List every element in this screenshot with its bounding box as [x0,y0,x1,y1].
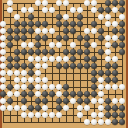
white-stone [42,77,49,84]
white-stone [7,0,14,6]
black-stone [7,35,14,42]
black-stone [42,49,49,56]
white-stone [70,42,77,49]
black-stone [49,49,56,56]
white-stone [42,84,49,91]
black-stone [105,63,112,70]
black-stone [21,98,28,105]
black-stone [77,35,84,42]
white-stone [35,84,42,91]
black-stone [112,0,119,6]
white-stone [28,56,35,63]
black-stone [42,35,49,42]
board-right-edge [126,0,128,128]
black-stone [63,84,70,91]
black-stone [91,21,98,28]
black-stone [7,28,14,35]
black-stone [105,112,112,119]
white-stone [56,91,63,98]
black-stone [98,49,105,56]
white-stone [28,112,35,119]
black-stone [28,105,35,112]
white-stone [56,112,63,119]
white-stone [21,70,28,77]
white-stone [28,77,35,84]
black-stone [35,42,42,49]
black-stone [70,56,77,63]
white-stone [91,7,98,14]
white-stone [0,77,6,84]
white-stone [35,63,42,70]
white-stone [49,7,56,14]
black-stone [112,70,119,77]
black-stone [14,35,21,42]
white-stone [0,49,6,56]
black-stone [84,49,91,56]
black-stone [56,35,63,42]
black-stone [91,91,98,98]
black-stone [91,70,98,77]
black-stone [14,56,21,63]
white-stone [105,49,112,56]
white-stone [112,56,119,63]
black-stone [14,28,21,35]
black-stone [70,91,77,98]
black-stone [119,7,126,14]
black-stone [105,7,112,14]
black-stone [70,21,77,28]
black-stone [42,98,49,105]
white-stone [21,77,28,84]
white-stone [14,70,21,77]
white-stone [77,105,84,112]
black-stone [77,63,84,70]
white-stone [21,7,28,14]
white-stone [0,63,6,70]
black-stone [21,35,28,42]
black-stone [14,21,21,28]
black-stone [21,91,28,98]
white-stone [98,14,105,21]
black-stone [119,112,126,119]
white-stone [105,21,112,28]
black-stone [105,105,112,112]
white-stone [84,119,91,126]
white-stone [91,0,98,6]
white-stone [0,28,6,35]
white-stone [98,77,105,84]
white-stone [70,7,77,14]
white-stone [105,84,112,91]
black-stone [112,77,119,84]
white-stone [21,42,28,49]
white-stone [0,42,6,49]
white-stone [63,105,70,112]
black-stone [7,98,14,105]
black-stone [42,21,49,28]
white-stone [98,105,105,112]
white-stone [7,91,14,98]
white-stone [119,14,126,21]
black-stone [112,42,119,49]
white-stone [21,84,28,91]
black-stone [28,63,35,70]
white-stone [35,112,42,119]
black-stone [7,42,14,49]
black-stone [77,49,84,56]
black-stone [70,49,77,56]
white-stone [0,70,6,77]
black-stone [42,91,49,98]
white-stone [14,84,21,91]
black-stone [14,63,21,70]
white-stone [42,56,49,63]
white-stone [42,112,49,119]
white-stone [105,42,112,49]
black-stone [7,56,14,63]
black-stone [28,91,35,98]
white-stone [49,84,56,91]
black-stone [84,42,91,49]
black-stone [98,70,105,77]
white-stone [28,7,35,14]
white-stone [105,14,112,21]
white-stone [105,119,112,126]
black-stone [98,35,105,42]
black-stone [28,21,35,28]
white-stone [49,56,56,63]
black-stone [63,63,70,70]
black-stone [21,28,28,35]
black-stone [119,21,126,28]
white-stone [112,84,119,91]
white-stone [91,98,98,105]
black-stone [35,21,42,28]
black-stone [63,98,70,105]
white-stone [42,105,49,112]
black-stone [84,63,91,70]
black-stone [91,56,98,63]
black-stone [119,35,126,42]
black-stone [35,98,42,105]
black-stone [35,35,42,42]
black-stone [63,91,70,98]
black-stone [105,70,112,77]
black-stone [84,98,91,105]
white-stone [0,35,6,42]
white-stone [63,56,70,63]
white-stone [35,56,42,63]
black-stone [119,105,126,112]
black-stone [28,70,35,77]
white-stone [0,84,6,91]
black-stone [119,49,126,56]
white-stone [35,77,42,84]
black-stone [119,28,126,35]
white-stone [56,84,63,91]
black-stone [7,84,14,91]
black-stone [56,98,63,105]
white-stone [49,42,56,49]
black-stone [70,63,77,70]
white-stone [35,0,42,6]
white-stone [49,112,56,119]
black-stone [119,42,126,49]
white-stone [49,28,56,35]
white-stone [70,98,77,105]
white-stone [28,42,35,49]
black-stone [35,49,42,56]
white-stone [0,56,6,63]
white-stone [56,0,63,6]
white-stone [42,7,49,14]
black-stone [28,84,35,91]
black-stone [91,84,98,91]
black-stone [112,119,119,126]
black-stone [28,14,35,21]
white-stone [42,28,49,35]
white-stone [7,105,14,112]
black-stone [112,112,119,119]
white-stone [112,98,119,105]
white-stone [77,7,84,14]
black-stone [91,63,98,70]
white-stone [21,112,28,119]
black-stone [112,105,119,112]
black-stone [70,28,77,35]
white-stone [98,112,105,119]
white-stone [98,119,105,126]
black-stone [105,98,112,105]
white-stone [0,98,6,105]
black-stone [63,49,70,56]
white-stone [42,0,49,6]
black-stone [63,21,70,28]
black-stone [56,14,63,21]
black-stone [105,0,112,6]
white-stone [14,91,21,98]
white-stone [56,56,63,63]
white-stone [112,35,119,42]
black-stone [14,49,21,56]
black-stone [77,14,84,21]
black-stone [84,56,91,63]
black-stone [105,77,112,84]
black-stone [84,91,91,98]
white-stone [119,98,126,105]
white-stone [35,28,42,35]
white-stone [112,7,119,14]
white-stone [84,105,91,112]
black-stone [98,7,105,14]
black-stone [56,21,63,28]
black-stone [21,21,28,28]
black-stone [63,35,70,42]
black-stone [112,28,119,35]
white-stone [98,84,105,91]
white-stone [91,42,98,49]
black-stone [49,91,56,98]
black-stone [0,91,6,98]
black-stone [77,21,84,28]
white-stone [35,70,42,77]
white-stone [35,91,42,98]
white-stone [0,105,6,112]
white-stone [7,7,14,14]
black-stone [21,49,28,56]
white-stone [112,21,119,28]
white-stone [14,105,21,112]
go-board[interactable] [0,0,128,128]
black-stone [112,63,119,70]
white-stone [21,105,28,112]
black-stone [28,28,35,35]
black-stone [28,49,35,56]
black-stone [21,63,28,70]
black-stone [7,63,14,70]
black-stone [98,28,105,35]
white-stone [0,21,6,28]
white-stone [91,112,98,119]
white-stone [42,63,49,70]
white-stone [91,119,98,126]
white-stone [7,70,14,77]
black-stone [77,98,84,105]
black-stone [35,105,42,112]
white-stone [105,35,112,42]
white-stone [56,42,63,49]
black-stone [119,0,126,6]
white-stone [105,56,112,63]
black-stone [63,28,70,35]
black-stone [56,63,63,70]
white-stone [63,14,70,21]
white-stone [98,98,105,105]
white-stone [14,77,21,84]
white-stone [98,91,105,98]
black-stone [91,77,98,84]
black-stone [77,91,84,98]
white-stone [14,14,21,21]
white-stone [63,0,70,6]
black-stone [56,105,63,112]
white-stone [84,28,91,35]
white-stone [119,84,126,91]
black-stone [119,119,126,126]
white-stone [84,0,91,6]
white-stone [77,112,84,119]
white-stone [91,28,98,35]
black-stone [84,35,91,42]
